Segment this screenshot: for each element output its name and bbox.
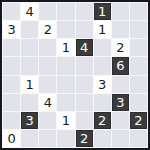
board-cell-r5c7[interactable] [112, 76, 129, 93]
board-cell-r8c3[interactable] [39, 130, 56, 147]
board-cell-r3c6[interactable] [94, 39, 111, 56]
board-cell-r6c2[interactable] [21, 94, 38, 111]
board-cell-r6c1[interactable] [3, 94, 20, 111]
board-cell-r2c2[interactable] [21, 21, 38, 38]
puzzle-board: 4132114261343312202 [0, 0, 150, 150]
board-cell-r3c7[interactable]: 2 [112, 39, 129, 56]
board-cell-r4c8[interactable] [130, 57, 147, 74]
board-cell-r8c1[interactable]: 0 [3, 130, 20, 147]
board-cell-r8c5[interactable]: 2 [76, 130, 93, 147]
board-cell-r7c1[interactable] [3, 112, 20, 129]
board-cell-r6c8[interactable] [130, 94, 147, 111]
board-cell-r4c6[interactable] [94, 57, 111, 74]
board-cell-r5c5[interactable] [76, 76, 93, 93]
board-cell-r6c5[interactable] [76, 94, 93, 111]
board-cell-r7c7[interactable] [112, 112, 129, 129]
board-cell-r4c4[interactable] [57, 57, 74, 74]
board-cell-r1c5[interactable] [76, 3, 93, 20]
board-cell-r7c5[interactable] [76, 112, 93, 129]
board-cell-r1c1[interactable] [3, 3, 20, 20]
board-cell-r1c7[interactable] [112, 3, 129, 20]
board-cell-r3c3[interactable] [39, 39, 56, 56]
board-cell-r2c1[interactable]: 3 [3, 21, 20, 38]
board-cell-r8c6[interactable] [94, 130, 111, 147]
board-cell-r7c2[interactable]: 3 [21, 112, 38, 129]
board-cell-r5c8[interactable] [130, 76, 147, 93]
board-cell-r8c8[interactable] [130, 130, 147, 147]
board-cell-r8c2[interactable] [21, 130, 38, 147]
board-cell-r5c6[interactable]: 3 [94, 76, 111, 93]
board-cell-r2c4[interactable] [57, 21, 74, 38]
board-cell-r4c5[interactable] [76, 57, 93, 74]
board-cell-r8c4[interactable] [57, 130, 74, 147]
board-cell-r2c3[interactable]: 2 [39, 21, 56, 38]
board-cell-r1c8[interactable] [130, 3, 147, 20]
board-cell-r8c7[interactable] [112, 130, 129, 147]
board-cell-r5c3[interactable] [39, 76, 56, 93]
board-cell-r6c7[interactable]: 3 [112, 94, 129, 111]
board-cell-r4c7[interactable]: 6 [112, 57, 129, 74]
board-cell-r3c1[interactable] [3, 39, 20, 56]
board-cell-r3c2[interactable] [21, 39, 38, 56]
board-cell-r5c2[interactable]: 1 [21, 76, 38, 93]
board-cell-r7c6[interactable]: 2 [94, 112, 111, 129]
board-cell-r7c8[interactable]: 2 [130, 112, 147, 129]
board-cell-r3c5[interactable]: 4 [76, 39, 93, 56]
board-cell-r7c4[interactable]: 1 [57, 112, 74, 129]
board-cell-r7c3[interactable] [39, 112, 56, 129]
board-cell-r4c2[interactable] [21, 57, 38, 74]
board-cell-r1c3[interactable] [39, 3, 56, 20]
board-cell-r6c3[interactable]: 4 [39, 94, 56, 111]
board-cell-r2c8[interactable] [130, 21, 147, 38]
board-cell-r3c4[interactable]: 1 [57, 39, 74, 56]
board-cell-r5c4[interactable] [57, 76, 74, 93]
board-cell-r2c6[interactable]: 1 [94, 21, 111, 38]
board-cell-r4c3[interactable] [39, 57, 56, 74]
board-cell-r2c5[interactable] [76, 21, 93, 38]
board-cell-r6c6[interactable] [94, 94, 111, 111]
board-cell-r1c4[interactable] [57, 3, 74, 20]
board-cell-r1c2[interactable]: 4 [21, 3, 38, 20]
board-cell-r3c8[interactable] [130, 39, 147, 56]
board-cell-r2c7[interactable] [112, 21, 129, 38]
board-cell-r5c1[interactable] [3, 76, 20, 93]
board-cell-r1c6[interactable]: 1 [94, 3, 111, 20]
board-cell-r4c1[interactable] [3, 57, 20, 74]
board-cell-r6c4[interactable] [57, 94, 74, 111]
